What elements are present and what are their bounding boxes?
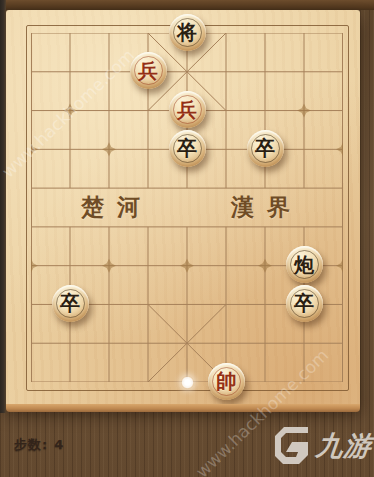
- step-counter: 步数:4: [14, 436, 64, 454]
- jiuyou-logo: 九游: [270, 424, 374, 468]
- step-counter-value: 4: [54, 437, 64, 452]
- jiuyou-logo-icon: [270, 424, 314, 468]
- piece-black-卒[interactable]: 卒: [286, 285, 323, 322]
- board-grid[interactable]: 楚河 漢界 将兵兵卒卒炮卒卒帥: [31, 33, 343, 382]
- board-bevel-edge: [6, 404, 360, 412]
- piece-black-卒[interactable]: 卒: [247, 130, 284, 167]
- jiuyou-logo-text: 九游: [314, 428, 374, 464]
- pieces-layer: 将兵兵卒卒炮卒卒帥: [31, 33, 343, 382]
- piece-black-炮[interactable]: 炮: [286, 246, 323, 283]
- table-edge-top: [0, 0, 374, 10]
- piece-black-卒[interactable]: 卒: [169, 130, 206, 167]
- piece-red-兵[interactable]: 兵: [130, 52, 167, 89]
- last-move-origin-dot: [181, 376, 194, 389]
- piece-black-将[interactable]: 将: [169, 14, 206, 51]
- table-edge-left: [0, 0, 6, 413]
- step-counter-label: 步数:: [14, 437, 48, 452]
- piece-black-卒[interactable]: 卒: [52, 285, 89, 322]
- piece-red-帥[interactable]: 帥: [208, 363, 245, 400]
- piece-red-兵[interactable]: 兵: [169, 91, 206, 128]
- xiangqi-app-screen: 楚河 漢界 将兵兵卒卒炮卒卒帥 步数:4 九游 www.hackhome.com…: [0, 0, 374, 477]
- xiangqi-board[interactable]: 楚河 漢界 将兵兵卒卒炮卒卒帥: [6, 10, 360, 404]
